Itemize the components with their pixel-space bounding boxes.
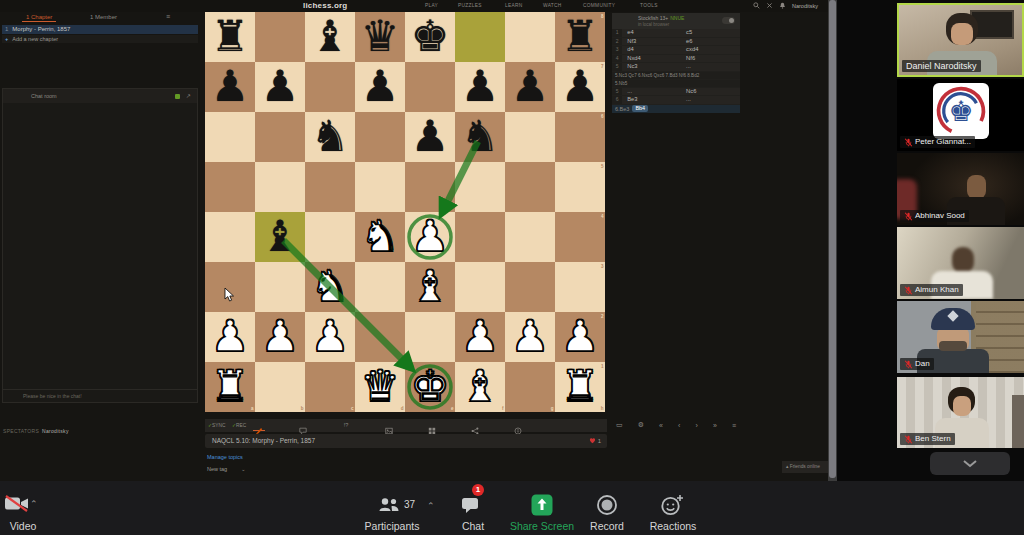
nav-community[interactable]: COMMUNITY <box>583 3 615 8</box>
white-pawn-a2[interactable]: ♟ <box>205 312 255 362</box>
participant-tile-daniel[interactable]: Daniel Naroditsky <box>897 3 1024 77</box>
muted-mic-icon <box>904 212 913 221</box>
square-d6[interactable] <box>355 112 405 162</box>
video-off-icon[interactable] <box>4 495 30 512</box>
muted-mic-icon <box>904 435 913 444</box>
silhouette <box>953 396 971 416</box>
move[interactable]: e4 <box>622 29 681 37</box>
white-pawn-h2[interactable]: ♟ <box>555 312 605 362</box>
spectator-name[interactable]: Naroditsky <box>42 428 69 434</box>
black-bishop-c8[interactable]: ♝ <box>305 12 355 62</box>
white-king-e1[interactable]: ♚ <box>405 362 455 412</box>
white-bishop-f1[interactable]: ♝ <box>455 362 505 412</box>
chess-club-logo: ♚ <box>933 83 989 139</box>
square-c2[interactable]: ♟ <box>305 312 355 362</box>
move-row: 5Nc3... <box>612 63 740 72</box>
share-screen-button[interactable]: Share Screen <box>504 520 580 532</box>
square-b4[interactable]: ♝ <box>255 212 305 262</box>
nav-puzzles[interactable]: PUZZLES <box>458 3 482 8</box>
square-a4[interactable] <box>205 212 255 262</box>
square-a6[interactable] <box>205 112 255 162</box>
square-e6[interactable]: ♟ <box>405 112 455 162</box>
square-f2[interactable]: ♟ <box>455 312 505 362</box>
black-knight-f6[interactable]: ♞ <box>455 112 505 162</box>
reactions-button[interactable]: Reactions <box>644 520 702 532</box>
square-f4[interactable] <box>455 212 505 262</box>
mouse-cursor <box>224 288 236 306</box>
white-bishop-e3[interactable]: ♝ <box>405 262 455 312</box>
chapter-list-item[interactable]: 1Morphy - Perrin, 1857 <box>2 25 198 34</box>
move-row: 1e4c5 <box>612 29 740 38</box>
tab-chapters[interactable]: 1 Chapter <box>22 14 56 22</box>
share-screen-icon[interactable] <box>531 494 553 516</box>
participants-icon[interactable] <box>378 497 400 513</box>
square-e7[interactable] <box>405 62 455 112</box>
participant-name: Abhinav Sood <box>900 210 969 222</box>
silhouette <box>939 341 967 351</box>
multiboard-icon[interactable] <box>426 421 438 430</box>
square-g1[interactable]: g <box>505 362 555 412</box>
manage-topics-link[interactable]: Manage topics <box>207 454 243 460</box>
lichess-logo[interactable]: lichess.org <box>303 1 347 10</box>
spectators-line: SPECTATORSNaroditsky <box>3 428 69 434</box>
move[interactable]: Be3 <box>622 96 681 104</box>
svg-text:♚: ♚ <box>948 95 973 128</box>
browser-scrollbar[interactable] <box>828 0 837 481</box>
chat-input[interactable]: Please be nice in the chat! <box>3 389 197 402</box>
square-a7[interactable]: ♟ <box>205 62 255 112</box>
square-a2[interactable]: ♟ <box>205 312 255 362</box>
username[interactable]: Naroditsky <box>792 3 818 9</box>
jump-start-icon[interactable]: « <box>659 422 663 429</box>
black-pawn-g7[interactable]: ♟ <box>505 62 555 112</box>
square-f1[interactable]: ♝f <box>455 362 505 412</box>
challenge-cross-icon[interactable] <box>766 2 773 9</box>
square-g3[interactable] <box>505 262 555 312</box>
reactions-icon[interactable] <box>660 494 684 516</box>
current-line-bar: 6.Be3 Bb4 <box>612 105 740 113</box>
move[interactable]: c5 <box>681 29 740 37</box>
file-coordinate: h <box>601 406 604 411</box>
collapse-participants-button[interactable] <box>930 452 1010 475</box>
square-e2[interactable] <box>405 312 455 362</box>
black-pawn-d7[interactable]: ♟ <box>355 62 405 112</box>
engine-name: Stockfish 13+NNUE <box>638 15 684 21</box>
chat-icon[interactable] <box>461 497 480 514</box>
variation-line[interactable]: 5.Nc3 Qc7 6.Nxc6 Qxc6 7.Bd3 Nf6 8.Bd2 <box>612 72 740 80</box>
jump-end-icon[interactable]: » <box>713 422 717 429</box>
new-tag-dropdown[interactable]: New tag⌄ <box>207 466 245 472</box>
search-icon[interactable] <box>753 2 760 9</box>
black-bishop-b4[interactable]: ♝ <box>255 212 305 262</box>
share-study-icon[interactable] <box>469 421 481 430</box>
white-knight-c3[interactable]: ♞ <box>305 262 355 312</box>
square-c4[interactable] <box>305 212 355 262</box>
black-pawn-f7[interactable]: ♟ <box>455 62 505 112</box>
study-title-bar: NAQCL 5.10: Morphy - Perrin, 1857 1 <box>205 434 607 448</box>
current-line-prefix[interactable]: 6.Be3 <box>615 106 629 112</box>
hamburger-menu-icon[interactable]: ≡ <box>166 13 170 20</box>
square-h7[interactable]: ♟7 <box>555 62 605 112</box>
move-row: 2Nf3e6 <box>612 38 740 47</box>
file-coordinate: a <box>251 406 254 411</box>
square-g7[interactable]: ♟ <box>505 62 555 112</box>
zoom-meeting-window: lichess.org PLAY PUZZLES LEARN WATCH COM… <box>0 0 1024 535</box>
chat-header: Chat room ↗ <box>3 89 197 103</box>
move[interactable]: ... <box>681 96 740 104</box>
chat-title: Chat room <box>31 93 57 99</box>
chevron-down-icon: ⌄ <box>241 466 245 472</box>
square-h6[interactable]: 6 <box>555 112 605 162</box>
file-coordinate: g <box>551 406 554 411</box>
square-g4[interactable] <box>505 212 555 262</box>
chess-board[interactable]: ♜♝♛♚♜8♟♟♟♟♟♟7♞♟♞65♝♞♟4♞♝3♟♟♟♟♟♟2♜abc♛d♚e… <box>205 12 605 412</box>
participant-name: Aimun Khan <box>900 284 963 296</box>
engine-badge: NNUE <box>670 15 684 21</box>
heart-icon <box>589 437 596 444</box>
white-rook-a1[interactable]: ♜ <box>205 362 255 412</box>
chapter-number: 1 <box>5 26 8 32</box>
video-options-caret[interactable]: ⌃ <box>30 499 38 509</box>
participants-count: 37 <box>404 499 415 510</box>
file-coordinate: f <box>502 406 504 411</box>
square-b7[interactable]: ♟ <box>255 62 305 112</box>
square-b1[interactable]: b <box>255 362 305 412</box>
nav-play[interactable]: PLAY <box>425 3 438 8</box>
rank-coordinate: 5 <box>601 164 604 169</box>
participants-caret[interactable]: ⌃ <box>427 501 435 511</box>
record-button[interactable]: Record <box>580 520 634 532</box>
study-title: NAQCL 5.10: Morphy - Perrin, 1857 <box>212 437 315 444</box>
muted-mic-icon <box>904 138 913 147</box>
white-knight-d4[interactable]: ♞ <box>355 212 405 262</box>
black-pawn-a7[interactable]: ♟ <box>205 62 255 112</box>
square-c7[interactable] <box>305 62 355 112</box>
square-e8[interactable]: ♚ <box>405 12 455 62</box>
chat-online-dot <box>175 94 180 99</box>
chat-panel: Chat room ↗ Please be nice in the chat! <box>2 88 198 403</box>
file-coordinate: e <box>451 406 454 411</box>
move[interactable]: e6 <box>681 38 740 46</box>
square-g2[interactable]: ♟ <box>505 312 555 362</box>
participant-tile-peter[interactable]: ♚ Peter Giannat... <box>897 79 1024 151</box>
muted-mic-icon <box>904 286 913 295</box>
rank-coordinate: 6 <box>601 114 604 119</box>
info-icon[interactable] <box>512 421 524 430</box>
participant-name: Dan <box>900 358 934 370</box>
square-e4[interactable]: ♟ <box>405 212 455 262</box>
move[interactable]: d4 <box>622 46 681 54</box>
chevron-down-icon <box>962 459 978 468</box>
rank-coordinate: 8 <box>601 14 604 19</box>
participant-tile-aimun[interactable]: Aimun Khan <box>897 227 1024 299</box>
move[interactable]: Nc3 <box>622 63 681 71</box>
square-c5[interactable] <box>305 162 355 212</box>
rank-coordinate: 2 <box>601 314 604 319</box>
menu-icon[interactable]: ≡ <box>732 422 736 429</box>
next-move-icon[interactable]: › <box>695 422 697 429</box>
rank-coordinate: 1 <box>601 364 604 369</box>
header-right-cluster: Naroditsky <box>753 2 818 9</box>
muted-mic-icon <box>904 360 913 369</box>
chat-button[interactable]: Chat <box>452 520 494 532</box>
square-d7[interactable]: ♟ <box>355 62 405 112</box>
comment-icon[interactable] <box>297 421 309 430</box>
participant-tile-ben[interactable]: Ben Stern <box>897 377 1024 448</box>
background-panel <box>1012 395 1024 448</box>
square-g6[interactable] <box>505 112 555 162</box>
square-b2[interactable]: ♟ <box>255 312 305 362</box>
move[interactable]: Nf3 <box>622 38 681 46</box>
spectators-label: SPECTATORS <box>3 428 39 434</box>
square-e3[interactable]: ♝ <box>405 262 455 312</box>
move-row: 3d4cxd4 <box>612 46 740 55</box>
silhouette <box>951 23 973 45</box>
square-c1[interactable]: c <box>305 362 355 412</box>
rank-coordinate: 3 <box>601 264 604 269</box>
square-d3[interactable] <box>355 262 405 312</box>
square-c3[interactable]: ♞ <box>305 262 355 312</box>
move-row: 4Nxd4Nf6 <box>612 55 740 64</box>
square-b8[interactable] <box>255 12 305 62</box>
black-queen-d8[interactable]: ♛ <box>355 12 405 62</box>
square-c8[interactable]: ♝ <box>305 12 355 62</box>
engine-toggle[interactable] <box>722 17 735 24</box>
participants-button[interactable]: Participants <box>352 520 432 532</box>
media-icon[interactable] <box>383 421 395 430</box>
square-g8[interactable] <box>505 12 555 62</box>
black-rook-h8[interactable]: ♜ <box>555 12 605 62</box>
tab-members[interactable]: 1 Member <box>90 14 117 20</box>
square-a1[interactable]: ♜a <box>205 362 255 412</box>
move[interactable]: ... <box>622 88 681 96</box>
participant-tile-dan[interactable]: Dan <box>897 301 1024 373</box>
toggle-knob <box>729 18 734 23</box>
square-h1[interactable]: ♜1h <box>555 362 605 412</box>
rank-coordinate: 4 <box>601 214 604 219</box>
file-coordinate: d <box>401 406 404 411</box>
black-knight-c6[interactable]: ♞ <box>305 112 355 162</box>
square-f5[interactable] <box>455 162 505 212</box>
square-b5[interactable] <box>255 162 305 212</box>
square-h8[interactable]: ♜8 <box>555 12 605 62</box>
white-pawn-g2[interactable]: ♟ <box>505 312 555 362</box>
add-chapter-label: Add a new chapter <box>12 36 58 42</box>
square-d8[interactable]: ♛ <box>355 12 405 62</box>
move-list: 1e4c5 2Nf3e6 3d4cxd4 4Nxd4Nf6 5Nc3... 5.… <box>612 29 740 113</box>
move[interactable]: Nf6 <box>681 55 740 63</box>
square-h2[interactable]: ♟2 <box>555 312 605 362</box>
black-king-e8[interactable]: ♚ <box>405 12 455 62</box>
bell-icon[interactable] <box>779 2 786 9</box>
move-row: 6Be3... <box>612 96 740 105</box>
move[interactable]: ... <box>681 63 740 71</box>
white-queen-d1[interactable]: ♛ <box>355 362 405 412</box>
white-rook-h1[interactable]: ♜ <box>555 362 605 412</box>
current-move[interactable]: Bb4 <box>632 105 648 112</box>
square-h3[interactable]: 3 <box>555 262 605 312</box>
move[interactable]: cxd4 <box>681 46 740 54</box>
black-pawn-b7[interactable]: ♟ <box>255 62 305 112</box>
move[interactable]: Nxd4 <box>622 55 681 63</box>
file-coordinate: b <box>301 406 304 411</box>
video-button[interactable]: Video <box>4 520 42 532</box>
nav-watch[interactable]: WATCH <box>543 3 562 8</box>
participant-name: Ben Stern <box>900 433 955 445</box>
square-d4[interactable]: ♞ <box>355 212 405 262</box>
square-b6[interactable] <box>255 112 305 162</box>
study-tabs: 1 Chapter 1 Member ≡ <box>0 14 200 24</box>
square-d5[interactable] <box>355 162 405 212</box>
file-coordinate: c <box>351 406 354 411</box>
square-g5[interactable] <box>505 162 555 212</box>
playback-controls: ▭ ⚙ « ‹ › » ≡ <box>612 419 740 431</box>
participant-tile-abhinav[interactable]: Abhinav Sood <box>897 153 1024 225</box>
move-row: 5...Nc6 <box>612 88 740 97</box>
square-d1[interactable]: ♛d <box>355 362 405 412</box>
zoom-toolbar: ⌃ Video 37 ⌃ Participants 1 Chat Share S… <box>0 481 1024 535</box>
silhouette <box>967 175 986 199</box>
square-f8[interactable] <box>455 12 505 62</box>
chat-expand-icon[interactable]: ↗ <box>186 92 191 99</box>
black-pawn-e6[interactable]: ♟ <box>405 112 455 162</box>
scrollbar-thumb[interactable] <box>829 0 836 478</box>
white-pawn-c2[interactable]: ♟ <box>305 312 355 362</box>
participants-sidebar: Daniel Naroditsky ♚ Peter Giannat... Abh… <box>837 0 1024 481</box>
square-f6[interactable]: ♞ <box>455 112 505 162</box>
white-pawn-b2[interactable]: ♟ <box>255 312 305 362</box>
nav-learn[interactable]: LEARN <box>505 3 523 8</box>
engine-panel: Stockfish 13+NNUE in local browser <box>612 13 740 29</box>
variation-line[interactable]: 5.Nb5 <box>612 80 740 88</box>
glyph-annotation-icon[interactable]: !? <box>340 421 352 430</box>
engine-location: in local browser <box>638 22 669 27</box>
chat-placeholder: Please be nice in the chat! <box>23 393 82 399</box>
rank-coordinate: 7 <box>601 64 604 69</box>
study-likes[interactable]: 1 <box>589 437 601 444</box>
square-a5[interactable] <box>205 162 255 212</box>
white-pawn-f2[interactable]: ♟ <box>455 312 505 362</box>
participant-name: Peter Giannat... <box>900 136 975 148</box>
participant-name: Daniel Naroditsky <box>902 60 981 72</box>
black-rook-a8[interactable]: ♜ <box>205 12 255 62</box>
square-b3[interactable] <box>255 262 305 312</box>
nav-tools[interactable]: TOOLS <box>640 3 658 8</box>
flip-board-icon[interactable]: ▭ <box>616 421 623 429</box>
square-f7[interactable]: ♟ <box>455 62 505 112</box>
sync-indicator[interactable]: ✓SYNC <box>208 423 225 428</box>
chapter-title: Morphy - Perrin, 1857 <box>12 26 70 32</box>
square-h4[interactable]: 4 <box>555 212 605 262</box>
square-h5[interactable]: 5 <box>555 162 605 212</box>
black-pawn-h7[interactable]: ♟ <box>555 62 605 112</box>
shared-screen-lichess: lichess.org PLAY PUZZLES LEARN WATCH COM… <box>0 0 837 481</box>
record-icon[interactable] <box>596 494 618 516</box>
square-e1[interactable]: ♚e <box>405 362 455 412</box>
square-e5[interactable] <box>405 162 455 212</box>
white-pawn-e4[interactable]: ♟ <box>405 212 455 262</box>
plus-icon: + <box>5 36 8 42</box>
square-f3[interactable] <box>455 262 505 312</box>
study-tools-strip: ✓SYNC ✓REC !? <box>205 419 607 432</box>
prev-move-icon[interactable]: ‹ <box>678 422 680 429</box>
square-d2[interactable] <box>355 312 405 362</box>
square-a8[interactable]: ♜ <box>205 12 255 62</box>
chat-badge: 1 <box>472 484 484 496</box>
gear-icon[interactable]: ⚙ <box>638 421 644 429</box>
rec-indicator[interactable]: ✓REC <box>232 423 246 428</box>
move[interactable]: Nc6 <box>681 88 740 96</box>
add-chapter-button[interactable]: +Add a new chapter <box>2 35 198 43</box>
square-c6[interactable]: ♞ <box>305 112 355 162</box>
draw-shapes-icon[interactable] <box>253 421 265 431</box>
